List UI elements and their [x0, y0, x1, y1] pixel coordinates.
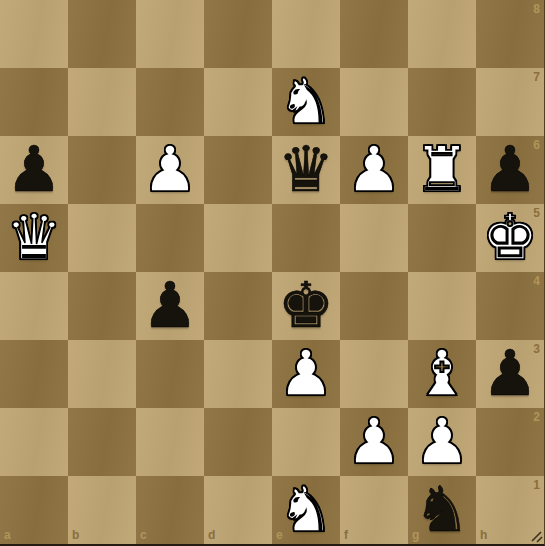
square-g6[interactable]: ♜	[408, 136, 476, 204]
black-king[interactable]: ♚	[278, 272, 334, 340]
square-d7[interactable]	[204, 68, 272, 136]
square-a1[interactable]: a	[0, 476, 68, 544]
rank-label-4: 4	[533, 275, 540, 287]
board-area: 8♞7♟♟♛♟♜♟6♛♚5♟♚4♟♝♟3♟♟2abcd♞ef♞gh1	[0, 0, 545, 546]
black-pawn[interactable]: ♟	[6, 136, 62, 204]
square-f8[interactable]	[340, 0, 408, 68]
square-d3[interactable]	[204, 340, 272, 408]
white-knight[interactable]: ♞	[278, 476, 334, 544]
rank-label-6: 6	[533, 139, 540, 151]
square-h3[interactable]: ♟3	[476, 340, 544, 408]
square-e3[interactable]: ♟	[272, 340, 340, 408]
square-f7[interactable]	[340, 68, 408, 136]
square-d4[interactable]	[204, 272, 272, 340]
square-d1[interactable]: d	[204, 476, 272, 544]
square-g8[interactable]	[408, 0, 476, 68]
square-f3[interactable]	[340, 340, 408, 408]
square-f6[interactable]: ♟	[340, 136, 408, 204]
square-g7[interactable]	[408, 68, 476, 136]
square-e4[interactable]: ♚	[272, 272, 340, 340]
square-g3[interactable]: ♝	[408, 340, 476, 408]
square-d2[interactable]	[204, 408, 272, 476]
square-a6[interactable]: ♟	[0, 136, 68, 204]
square-a7[interactable]	[0, 68, 68, 136]
rank-label-7: 7	[533, 71, 540, 83]
square-c5[interactable]	[136, 204, 204, 272]
rank-label-8: 8	[533, 3, 540, 15]
file-label-c: c	[140, 529, 147, 541]
white-king[interactable]: ♚	[482, 204, 538, 272]
square-h7[interactable]: 7	[476, 68, 544, 136]
square-b3[interactable]	[68, 340, 136, 408]
square-e2[interactable]	[272, 408, 340, 476]
file-label-e: e	[276, 529, 283, 541]
white-rook[interactable]: ♜	[414, 136, 470, 204]
square-g5[interactable]	[408, 204, 476, 272]
square-b1[interactable]: b	[68, 476, 136, 544]
square-g4[interactable]	[408, 272, 476, 340]
square-f1[interactable]: f	[340, 476, 408, 544]
square-g2[interactable]: ♟	[408, 408, 476, 476]
square-h4[interactable]: 4	[476, 272, 544, 340]
white-queen[interactable]: ♛	[6, 204, 62, 272]
square-a4[interactable]	[0, 272, 68, 340]
white-bishop[interactable]: ♝	[414, 340, 470, 408]
square-f2[interactable]: ♟	[340, 408, 408, 476]
square-b6[interactable]	[68, 136, 136, 204]
square-e6[interactable]: ♛	[272, 136, 340, 204]
white-knight[interactable]: ♞	[278, 68, 334, 136]
square-c8[interactable]	[136, 0, 204, 68]
board-resize-handle[interactable]	[529, 529, 543, 543]
square-e5[interactable]	[272, 204, 340, 272]
square-c6[interactable]: ♟	[136, 136, 204, 204]
file-label-a: a	[4, 529, 11, 541]
file-label-h: h	[480, 529, 487, 541]
black-pawn[interactable]: ♟	[482, 340, 538, 408]
white-pawn[interactable]: ♟	[142, 136, 198, 204]
square-d6[interactable]	[204, 136, 272, 204]
file-label-b: b	[72, 529, 79, 541]
square-b4[interactable]	[68, 272, 136, 340]
square-a3[interactable]	[0, 340, 68, 408]
file-label-f: f	[344, 529, 348, 541]
square-b7[interactable]	[68, 68, 136, 136]
black-pawn[interactable]: ♟	[482, 136, 538, 204]
square-h5[interactable]: ♚5	[476, 204, 544, 272]
white-pawn[interactable]: ♟	[346, 408, 402, 476]
black-knight[interactable]: ♞	[414, 476, 470, 544]
black-pawn[interactable]: ♟	[142, 272, 198, 340]
rank-label-1: 1	[533, 479, 540, 491]
square-b5[interactable]	[68, 204, 136, 272]
square-c1[interactable]: c	[136, 476, 204, 544]
square-b8[interactable]	[68, 0, 136, 68]
square-c7[interactable]	[136, 68, 204, 136]
rank-label-3: 3	[533, 343, 540, 355]
square-h8[interactable]: 8	[476, 0, 544, 68]
square-a5[interactable]: ♛	[0, 204, 68, 272]
square-d8[interactable]	[204, 0, 272, 68]
square-c3[interactable]	[136, 340, 204, 408]
square-e1[interactable]: ♞e	[272, 476, 340, 544]
square-d5[interactable]	[204, 204, 272, 272]
square-e8[interactable]	[272, 0, 340, 68]
square-a2[interactable]	[0, 408, 68, 476]
square-f4[interactable]	[340, 272, 408, 340]
square-a8[interactable]	[0, 0, 68, 68]
white-pawn[interactable]: ♟	[414, 408, 470, 476]
square-g1[interactable]: ♞g	[408, 476, 476, 544]
white-pawn[interactable]: ♟	[278, 340, 334, 408]
square-e7[interactable]: ♞	[272, 68, 340, 136]
square-h2[interactable]: 2	[476, 408, 544, 476]
square-c4[interactable]: ♟	[136, 272, 204, 340]
square-h6[interactable]: ♟6	[476, 136, 544, 204]
white-pawn[interactable]: ♟	[346, 136, 402, 204]
square-c2[interactable]	[136, 408, 204, 476]
file-label-d: d	[208, 529, 215, 541]
square-b2[interactable]	[68, 408, 136, 476]
black-queen[interactable]: ♛	[278, 136, 334, 204]
file-label-g: g	[412, 529, 419, 541]
rank-label-2: 2	[533, 411, 540, 423]
rank-label-5: 5	[533, 207, 540, 219]
square-f5[interactable]	[340, 204, 408, 272]
chess-board: 8♞7♟♟♛♟♜♟6♛♚5♟♚4♟♝♟3♟♟2abcd♞ef♞gh1	[0, 0, 545, 546]
